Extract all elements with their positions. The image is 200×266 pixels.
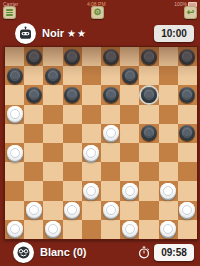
black-piece[interactable] [122,68,138,84]
square-r2c1[interactable] [5,66,24,85]
square-r4c6 [101,105,120,124]
square-r2c7[interactable] [120,66,139,85]
square-r7c8[interactable] [139,162,158,181]
black-piece[interactable] [141,125,157,141]
square-r5c10[interactable] [178,124,197,143]
black-piece[interactable] [179,87,195,103]
square-r8c8 [139,181,158,200]
square-r9c2[interactable] [24,201,43,220]
square-r2c3[interactable] [43,66,62,85]
square-r4c2 [24,105,43,124]
white-piece[interactable] [122,221,138,237]
settings-button[interactable]: ⚙ [91,6,104,19]
black-piece[interactable] [45,68,61,84]
square-r1c7 [120,47,139,66]
square-r9c9 [159,201,178,220]
white-piece[interactable] [122,183,138,199]
square-r7c7 [120,162,139,181]
square-r10c2 [24,220,43,239]
square-r5c9 [159,124,178,143]
robot-icon [18,26,33,41]
square-r2c4 [63,66,82,85]
square-r2c6 [101,66,120,85]
board[interactable] [4,46,198,240]
white-piece[interactable] [179,202,195,218]
square-r7c5 [82,162,101,181]
square-r10c8 [139,220,158,239]
square-r5c3 [43,124,62,143]
square-r5c5 [82,124,101,143]
gear-icon: ⚙ [93,8,101,17]
black-piece[interactable] [103,87,119,103]
square-r6c7[interactable] [120,143,139,162]
black-piece[interactable] [179,49,195,65]
square-r8c9[interactable] [159,181,178,200]
square-r3c5 [82,85,101,104]
white-piece[interactable] [26,202,42,218]
top-player-name: Noir [42,27,64,39]
square-r10c9[interactable] [159,220,178,239]
human-face-icon [16,245,31,260]
square-r3c3 [43,85,62,104]
top-player-clock: 10:00 [154,25,194,42]
square-r8c2 [24,181,43,200]
square-r1c8[interactable] [139,47,158,66]
bottom-player-name: Blanc (0) [40,246,86,258]
square-r10c6 [101,220,120,239]
square-r7c10[interactable] [178,162,197,181]
bottom-player-clock: 09:58 [154,244,194,261]
square-r8c1[interactable] [5,181,24,200]
square-r4c8 [139,105,158,124]
square-r6c3[interactable] [43,143,62,162]
white-piece[interactable] [45,221,61,237]
square-r9c4[interactable] [63,201,82,220]
white-piece[interactable] [103,125,119,141]
menu-button[interactable] [3,6,16,19]
square-r5c6[interactable] [101,124,120,143]
hamburger-icon [6,9,13,16]
white-piece[interactable] [64,202,80,218]
square-r1c5 [82,47,101,66]
black-piece[interactable] [26,87,42,103]
square-r1c1 [5,47,24,66]
square-r1c4[interactable] [63,47,82,66]
square-r4c3[interactable] [43,105,62,124]
square-r3c4[interactable] [63,85,82,104]
square-r6c5[interactable] [82,143,101,162]
square-r6c2 [24,143,43,162]
square-r10c5[interactable] [82,220,101,239]
square-r5c1 [5,124,24,143]
square-r7c4[interactable] [63,162,82,181]
square-r10c3[interactable] [43,220,62,239]
square-r1c10[interactable] [178,47,197,66]
black-piece[interactable] [141,49,157,65]
square-r8c7[interactable] [120,181,139,200]
square-r7c1 [5,162,24,181]
square-r10c4 [63,220,82,239]
square-r7c3 [43,162,62,181]
square-r10c10 [178,220,197,239]
square-r1c2[interactable] [24,47,43,66]
white-piece[interactable] [83,183,99,199]
bottom-player-bar: Blanc (0) 09:58 [0,240,200,264]
square-r3c9 [159,85,178,104]
square-r9c3 [43,201,62,220]
square-r3c10[interactable] [178,85,197,104]
square-r4c7[interactable] [120,105,139,124]
black-piece[interactable] [64,87,80,103]
square-r4c9[interactable] [159,105,178,124]
square-r1c9 [159,47,178,66]
square-r2c8 [139,66,158,85]
square-r4c1[interactable] [5,105,24,124]
square-r7c2[interactable] [24,162,43,181]
square-r10c7[interactable] [120,220,139,239]
square-r2c5[interactable] [82,66,101,85]
square-r6c4 [63,143,82,162]
top-player-bar: Noir ★★ 10:00 [0,22,200,44]
square-r5c4[interactable] [63,124,82,143]
black-piece[interactable] [103,49,119,65]
black-piece[interactable] [26,49,42,65]
square-r9c8[interactable] [139,201,158,220]
square-r9c5 [82,201,101,220]
square-r4c4 [63,105,82,124]
square-r3c2[interactable] [24,85,43,104]
square-r8c4 [63,181,82,200]
black-piece-highlighted[interactable] [141,87,157,103]
square-r3c6[interactable] [101,85,120,104]
square-r8c10 [178,181,197,200]
square-r8c3[interactable] [43,181,62,200]
stopwatch-icon [138,246,150,259]
white-piece[interactable] [7,106,23,122]
black-piece[interactable] [7,68,23,84]
black-piece[interactable] [64,49,80,65]
difficulty-stars: ★★ [67,28,87,39]
square-r2c10 [178,66,197,85]
square-r6c6 [101,143,120,162]
square-r3c7 [120,85,139,104]
square-r8c6 [101,181,120,200]
square-r4c10 [178,105,197,124]
square-r6c9[interactable] [159,143,178,162]
square-r9c10[interactable] [178,201,197,220]
square-r9c6[interactable] [101,201,120,220]
white-piece[interactable] [103,202,119,218]
white-piece[interactable] [7,221,23,237]
square-r1c6[interactable] [101,47,120,66]
square-r6c1[interactable] [5,143,24,162]
square-r3c1 [5,85,24,104]
avatar [15,23,36,44]
square-r6c8 [139,143,158,162]
square-r3c8[interactable] [139,85,158,104]
white-piece[interactable] [7,145,23,161]
square-r1c3 [43,47,62,66]
white-piece[interactable] [83,145,99,161]
square-r7c6[interactable] [101,162,120,181]
avatar [13,242,34,263]
square-r5c2[interactable] [24,124,43,143]
black-piece[interactable] [179,125,195,141]
square-r4c5[interactable] [82,105,101,124]
square-r5c7 [120,124,139,143]
square-r2c9[interactable] [159,66,178,85]
square-r2c2 [24,66,43,85]
undo-button[interactable]: ↩ [184,6,197,19]
square-r9c1 [5,201,24,220]
square-r10c1[interactable] [5,220,24,239]
white-piece[interactable] [160,221,176,237]
square-r8c5[interactable] [82,181,101,200]
undo-icon: ↩ [187,8,195,17]
square-r5c8[interactable] [139,124,158,143]
square-r6c10 [178,143,197,162]
square-r7c9 [159,162,178,181]
square-r9c7 [120,201,139,220]
white-piece[interactable] [160,183,176,199]
